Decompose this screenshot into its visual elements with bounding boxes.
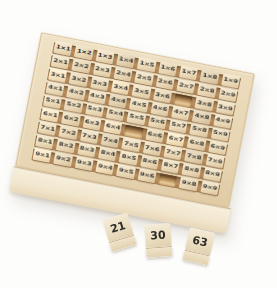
cell-9x4: 9×4 (95, 161, 114, 176)
cube-1x7[interactable]: 1×7 (179, 65, 198, 80)
cube-6x2[interactable]: 6×2 (61, 112, 80, 127)
cube-4x1[interactable]: 4×1 (46, 81, 65, 96)
cube-3x1[interactable]: 3×1 (48, 67, 67, 82)
cube-5x8[interactable]: 5×8 (190, 123, 209, 138)
cube-2x3[interactable]: 2×3 (93, 62, 112, 77)
cube-5x9[interactable]: 5×9 (210, 127, 229, 142)
cube-8x5[interactable]: 8×5 (119, 150, 138, 165)
cube-7x4[interactable]: 7×4 (101, 133, 120, 148)
cube-9x6[interactable]: 9×6 (137, 168, 156, 183)
cube-1x9[interactable]: 1×9 (221, 73, 240, 88)
cube-6x6[interactable]: 6×6 (145, 128, 164, 143)
cube-9x5[interactable]: 9×5 (116, 164, 135, 179)
board-tray: 1×11×21×31×41×51×61×71×81×92×12×22×32×42… (15, 32, 255, 208)
cube-2x2[interactable]: 2×2 (72, 58, 91, 73)
cube-4x8[interactable]: 4×8 (192, 109, 211, 124)
cube-5x1[interactable]: 5×1 (43, 94, 62, 109)
cube-2x4[interactable]: 2×4 (114, 66, 133, 81)
cube-6x1[interactable]: 6×1 (40, 108, 59, 123)
cube-5x5[interactable]: 5×5 (127, 110, 146, 125)
cube-4x3[interactable]: 4×3 (87, 89, 106, 104)
cube-6x3[interactable]: 6×3 (82, 116, 101, 131)
cube-9x3[interactable]: 9×3 (74, 156, 93, 171)
cube-3x4[interactable]: 3×4 (111, 80, 130, 95)
cube-7x1[interactable]: 7×1 (38, 121, 57, 136)
cell-2x7: 2×7 (176, 80, 195, 95)
cube-3x6[interactable]: 3×6 (153, 88, 172, 103)
loose-cube-63[interactable]: 63 (185, 227, 216, 255)
photo-background: 1×11×21×31×41×51×61×71×81×92×12×22×32×42… (0, 0, 277, 288)
cube-3x2[interactable]: 3×2 (69, 72, 88, 87)
cube-1x1[interactable]: 1×1 (53, 41, 72, 56)
board-area: 1×11×21×31×41×51×61×71×81×92×12×22×32×42… (0, 0, 277, 288)
cube-9x2[interactable]: 9×2 (54, 152, 73, 167)
cube-7x8[interactable]: 7×8 (184, 149, 203, 164)
cube-5x2[interactable]: 5×2 (64, 98, 83, 113)
cube-2x9[interactable]: 2×9 (218, 87, 237, 102)
cube-2x5[interactable]: 2×5 (135, 70, 154, 85)
cube-5x3[interactable]: 5×3 (85, 102, 104, 117)
cube-5x7[interactable]: 5×7 (169, 119, 188, 134)
cube-9x9[interactable]: 9×9 (200, 180, 219, 195)
cube-1x5[interactable]: 1×5 (137, 57, 156, 72)
cube-6x9[interactable]: 6×9 (208, 140, 227, 155)
cube-2x8[interactable]: 2×8 (197, 83, 216, 98)
cell-9x2: 9×2 (53, 153, 72, 168)
cube-1x8[interactable]: 1×8 (200, 69, 219, 84)
cube-2x6[interactable]: 2×6 (155, 74, 174, 89)
cube-7x6[interactable]: 7×6 (142, 141, 161, 156)
cube-3x3[interactable]: 3×3 (90, 76, 109, 91)
cube-4x7[interactable]: 4×7 (171, 105, 190, 120)
board-grid: 1×11×21×31×41×51×61×71×81×92×12×22×32×42… (31, 42, 240, 196)
cube-6x4[interactable]: 6×4 (103, 120, 122, 135)
cube-4x6[interactable]: 4×6 (150, 101, 169, 116)
cube-1x6[interactable]: 1×6 (158, 61, 177, 76)
loose-cube-30-label: 30 (150, 228, 166, 242)
cube-8x7[interactable]: 8×7 (161, 159, 180, 174)
cube-9x8[interactable]: 9×8 (179, 176, 198, 191)
cube-7x9[interactable]: 7×9 (205, 153, 224, 168)
cube-1x4[interactable]: 1×4 (116, 53, 135, 68)
cube-8x6[interactable]: 8×6 (140, 155, 159, 170)
cell-8x7: 8×7 (161, 160, 180, 175)
cube-9x1[interactable]: 9×1 (33, 148, 52, 163)
loose-cube-21-label: 21 (109, 219, 127, 236)
cube-4x4[interactable]: 4×4 (108, 93, 127, 108)
cell-9x1: 9×1 (32, 149, 51, 164)
cell-9x8: 9×8 (179, 177, 198, 192)
empty-slot-9x7[interactable] (158, 173, 177, 188)
cube-7x7[interactable]: 7×7 (163, 145, 182, 160)
cube-3x8[interactable]: 3×8 (195, 96, 214, 111)
cube-3x5[interactable]: 3×5 (132, 84, 151, 99)
loose-cube-63-label: 63 (191, 233, 209, 249)
cube-4x9[interactable]: 4×9 (213, 113, 232, 128)
cube-2x1[interactable]: 2×1 (51, 54, 70, 69)
cube-6x7[interactable]: 6×7 (166, 132, 185, 147)
cube-1x2[interactable]: 1×2 (74, 45, 93, 60)
cube-7x3[interactable]: 7×3 (80, 129, 99, 144)
cube-8x8[interactable]: 8×8 (182, 163, 201, 178)
cell-9x3: 9×3 (74, 157, 93, 172)
cube-7x5[interactable]: 7×5 (122, 137, 141, 152)
cube-2x7[interactable]: 2×7 (176, 79, 195, 94)
cube-8x4[interactable]: 8×4 (98, 146, 117, 161)
cell-5x5: 5×5 (127, 112, 146, 127)
cube-8x3[interactable]: 8×3 (77, 142, 96, 157)
cube-5x6[interactable]: 5×6 (148, 115, 167, 130)
cube-8x1[interactable]: 8×1 (35, 134, 54, 149)
cube-8x9[interactable]: 8×9 (203, 167, 222, 182)
cell-9x6: 9×6 (137, 169, 156, 184)
cube-5x4[interactable]: 5×4 (106, 106, 125, 121)
cube-9x4[interactable]: 9×4 (95, 160, 114, 175)
cell-9x9: 9×9 (200, 182, 219, 197)
cell-9x5: 9×5 (116, 165, 135, 180)
cube-7x2[interactable]: 7×2 (59, 125, 78, 140)
cube-6x8[interactable]: 6×8 (187, 136, 206, 151)
cube-4x5[interactable]: 4×5 (129, 97, 148, 112)
cube-8x2[interactable]: 8×2 (56, 138, 75, 153)
cube-3x9[interactable]: 3×9 (216, 100, 235, 115)
cube-1x3[interactable]: 1×3 (95, 49, 114, 64)
loose-cube-30[interactable]: 30 (144, 223, 172, 248)
cube-4x2[interactable]: 4×2 (66, 85, 85, 100)
